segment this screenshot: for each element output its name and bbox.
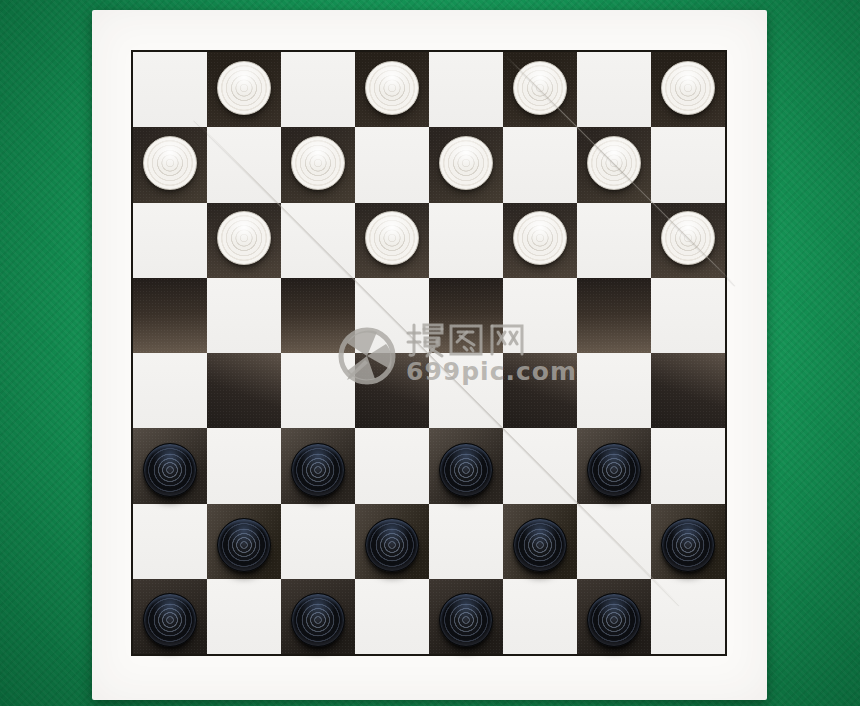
square-r2c7[interactable]: ⛀ bbox=[577, 127, 651, 202]
white-checker[interactable]: ⛀ bbox=[291, 136, 345, 190]
board-row-3: ⛀⛀⛀⛀ bbox=[133, 203, 725, 278]
square-r1c3[interactable] bbox=[281, 52, 355, 127]
square-r1c6[interactable]: ⛀ bbox=[503, 52, 577, 127]
square-r3c7[interactable] bbox=[577, 203, 651, 278]
board-row-8: ⛂⛂⛂⛂ bbox=[133, 579, 725, 654]
square-r5c6[interactable] bbox=[503, 353, 577, 428]
square-r6c2[interactable] bbox=[207, 428, 281, 503]
white-checker[interactable]: ⛀ bbox=[217, 61, 271, 115]
square-r8c5[interactable]: ⛂ bbox=[429, 579, 503, 654]
black-checker[interactable]: ⛂ bbox=[365, 518, 419, 572]
white-checker[interactable]: ⛀ bbox=[661, 61, 715, 115]
black-checker[interactable]: ⛂ bbox=[217, 518, 271, 572]
square-r5c8[interactable] bbox=[651, 353, 725, 428]
square-r3c4[interactable]: ⛀ bbox=[355, 203, 429, 278]
square-r4c7[interactable] bbox=[577, 278, 651, 353]
square-r8c7[interactable]: ⛂ bbox=[577, 579, 651, 654]
black-checker[interactable]: ⛂ bbox=[143, 593, 197, 647]
board-row-1: ⛀⛀⛀⛀ bbox=[133, 52, 725, 127]
square-r5c4[interactable] bbox=[355, 353, 429, 428]
square-r4c2[interactable] bbox=[207, 278, 281, 353]
square-r8c4[interactable] bbox=[355, 579, 429, 654]
square-r2c2[interactable] bbox=[207, 127, 281, 202]
square-r6c1[interactable]: ⛂ bbox=[133, 428, 207, 503]
square-r8c2[interactable] bbox=[207, 579, 281, 654]
square-r4c5[interactable] bbox=[429, 278, 503, 353]
square-r7c8[interactable]: ⛂ bbox=[651, 504, 725, 579]
square-r3c3[interactable] bbox=[281, 203, 355, 278]
square-r5c1[interactable] bbox=[133, 353, 207, 428]
square-r3c5[interactable] bbox=[429, 203, 503, 278]
square-r5c2[interactable] bbox=[207, 353, 281, 428]
checkerboard-sheet: ⛀⛀⛀⛀⛀⛀⛀⛀⛀⛀⛀⛀⛂⛂⛂⛂⛂⛂⛂⛂⛂⛂⛂⛂ bbox=[92, 10, 767, 700]
black-checker[interactable]: ⛂ bbox=[587, 593, 641, 647]
square-r7c3[interactable] bbox=[281, 504, 355, 579]
square-r7c7[interactable] bbox=[577, 504, 651, 579]
board-row-2: ⛀⛀⛀⛀ bbox=[133, 127, 725, 202]
square-r8c3[interactable]: ⛂ bbox=[281, 579, 355, 654]
square-r1c8[interactable]: ⛀ bbox=[651, 52, 725, 127]
square-r1c7[interactable] bbox=[577, 52, 651, 127]
white-checker[interactable]: ⛀ bbox=[439, 136, 493, 190]
square-r7c6[interactable]: ⛂ bbox=[503, 504, 577, 579]
square-r5c5[interactable] bbox=[429, 353, 503, 428]
black-checker[interactable]: ⛂ bbox=[439, 443, 493, 497]
square-r1c4[interactable]: ⛀ bbox=[355, 52, 429, 127]
square-r6c7[interactable]: ⛂ bbox=[577, 428, 651, 503]
white-checker[interactable]: ⛀ bbox=[217, 211, 271, 265]
square-r6c8[interactable] bbox=[651, 428, 725, 503]
black-checker[interactable]: ⛂ bbox=[439, 593, 493, 647]
white-checker[interactable]: ⛀ bbox=[513, 61, 567, 115]
square-r4c8[interactable] bbox=[651, 278, 725, 353]
square-r2c5[interactable]: ⛀ bbox=[429, 127, 503, 202]
square-r6c3[interactable]: ⛂ bbox=[281, 428, 355, 503]
white-checker[interactable]: ⛀ bbox=[661, 211, 715, 265]
white-checker[interactable]: ⛀ bbox=[587, 136, 641, 190]
white-checker[interactable]: ⛀ bbox=[143, 136, 197, 190]
black-checker[interactable]: ⛂ bbox=[513, 518, 567, 572]
board-row-7: ⛂⛂⛂⛂ bbox=[133, 504, 725, 579]
square-r6c4[interactable] bbox=[355, 428, 429, 503]
square-r8c6[interactable] bbox=[503, 579, 577, 654]
square-r2c6[interactable] bbox=[503, 127, 577, 202]
square-r4c4[interactable] bbox=[355, 278, 429, 353]
square-r3c6[interactable]: ⛀ bbox=[503, 203, 577, 278]
square-r6c6[interactable] bbox=[503, 428, 577, 503]
square-r6c5[interactable]: ⛂ bbox=[429, 428, 503, 503]
square-r4c1[interactable] bbox=[133, 278, 207, 353]
checkers-board: ⛀⛀⛀⛀⛀⛀⛀⛀⛀⛀⛀⛀⛂⛂⛂⛂⛂⛂⛂⛂⛂⛂⛂⛂ bbox=[131, 50, 727, 656]
white-checker[interactable]: ⛀ bbox=[365, 61, 419, 115]
white-checker[interactable]: ⛀ bbox=[365, 211, 419, 265]
square-r1c5[interactable] bbox=[429, 52, 503, 127]
square-r7c2[interactable]: ⛂ bbox=[207, 504, 281, 579]
square-r3c2[interactable]: ⛀ bbox=[207, 203, 281, 278]
square-r2c3[interactable]: ⛀ bbox=[281, 127, 355, 202]
black-checker[interactable]: ⛂ bbox=[143, 443, 197, 497]
square-r2c4[interactable] bbox=[355, 127, 429, 202]
black-checker[interactable]: ⛂ bbox=[291, 593, 345, 647]
square-r7c5[interactable] bbox=[429, 504, 503, 579]
square-r7c4[interactable]: ⛂ bbox=[355, 504, 429, 579]
square-r3c1[interactable] bbox=[133, 203, 207, 278]
white-checker[interactable]: ⛀ bbox=[513, 211, 567, 265]
board-row-4 bbox=[133, 278, 725, 353]
square-r5c7[interactable] bbox=[577, 353, 651, 428]
black-checker[interactable]: ⛂ bbox=[661, 518, 715, 572]
square-r7c1[interactable] bbox=[133, 504, 207, 579]
black-checker[interactable]: ⛂ bbox=[291, 443, 345, 497]
board-row-6: ⛂⛂⛂⛂ bbox=[133, 428, 725, 503]
square-r3c8[interactable]: ⛀ bbox=[651, 203, 725, 278]
board-row-5 bbox=[133, 353, 725, 428]
black-checker[interactable]: ⛂ bbox=[587, 443, 641, 497]
square-r4c3[interactable] bbox=[281, 278, 355, 353]
square-r2c1[interactable]: ⛀ bbox=[133, 127, 207, 202]
square-r2c8[interactable] bbox=[651, 127, 725, 202]
square-r1c1[interactable] bbox=[133, 52, 207, 127]
square-r8c1[interactable]: ⛂ bbox=[133, 579, 207, 654]
square-r1c2[interactable]: ⛀ bbox=[207, 52, 281, 127]
square-r4c6[interactable] bbox=[503, 278, 577, 353]
square-r8c8[interactable] bbox=[651, 579, 725, 654]
photo-of-checkers-board: ⛀⛀⛀⛀⛀⛀⛀⛀⛀⛀⛀⛀⛂⛂⛂⛂⛂⛂⛂⛂⛂⛂⛂⛂ bbox=[0, 0, 860, 706]
square-r5c3[interactable] bbox=[281, 353, 355, 428]
